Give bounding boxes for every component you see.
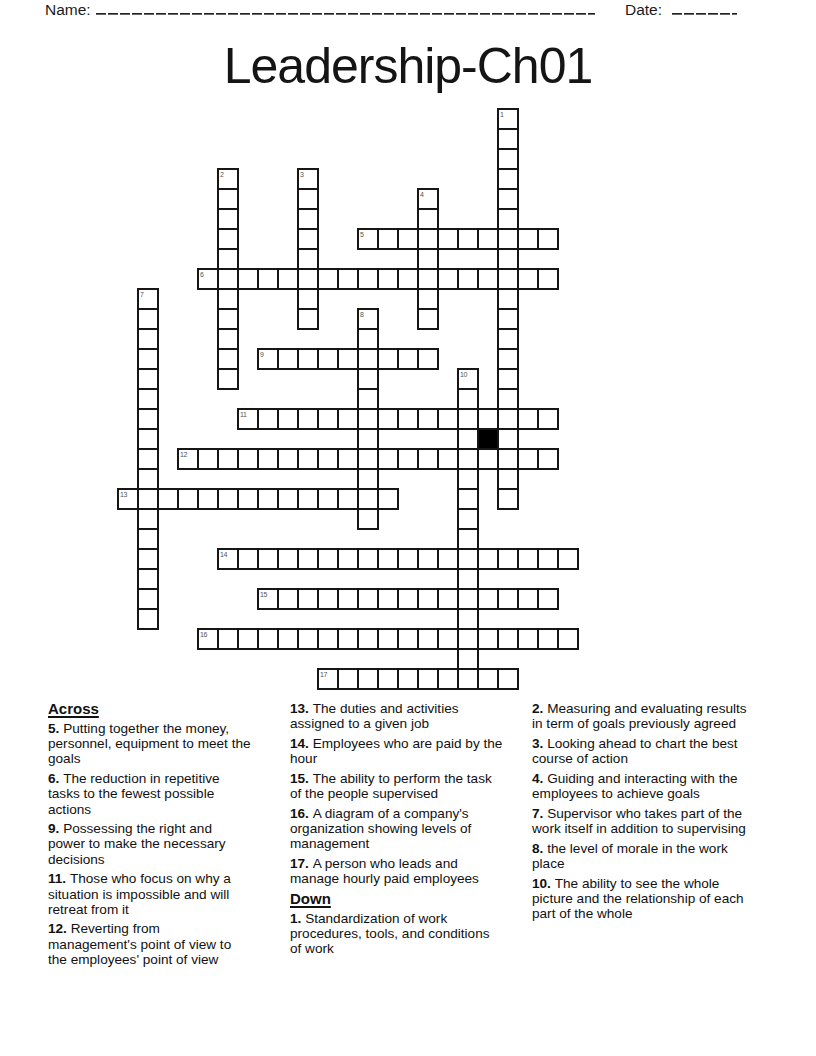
grid-cell[interactable] [437,548,459,570]
grid-cell[interactable] [137,528,159,550]
grid-cell[interactable] [137,328,159,350]
grid-cell[interactable] [537,588,559,610]
grid-cell[interactable] [357,408,379,430]
clue-number-label: 5. [48,721,63,736]
grid-cell[interactable] [317,668,339,690]
grid-cell[interactable] [537,408,559,430]
grid-cell[interactable] [537,548,559,570]
date-input-line[interactable] [672,0,737,15]
down-clue-8: 8. the level of morale in the work place [532,841,758,871]
grid-cell[interactable] [377,268,399,290]
grid-cell[interactable] [357,388,379,410]
grid-cell[interactable] [377,448,399,470]
grid-cell[interactable] [317,268,339,290]
grid-cell[interactable] [477,228,499,250]
grid-cell[interactable] [357,488,379,510]
grid-cell[interactable] [217,288,239,310]
grid-cell[interactable] [497,488,519,510]
clue-number-label: 16. [290,806,313,821]
grid-cell[interactable] [217,308,239,330]
grid-cell[interactable] [377,548,399,570]
grid-cell[interactable] [377,668,399,690]
grid-cell[interactable] [177,448,199,470]
grid-cell[interactable] [257,628,279,650]
grid-cell[interactable] [297,408,319,430]
grid-cell[interactable] [377,348,399,370]
grid-cell[interactable] [477,588,499,610]
grid-cell[interactable] [457,268,479,290]
grid-cell[interactable] [497,268,519,290]
grid-cell[interactable] [317,348,339,370]
grid-cell[interactable] [477,668,499,690]
grid-cell[interactable] [357,308,379,330]
grid-cell[interactable] [417,188,439,210]
grid-cell[interactable] [537,628,559,650]
grid-cell[interactable] [277,268,299,290]
grid-cell[interactable] [417,288,439,310]
grid-cell[interactable] [317,408,339,430]
grid-cell[interactable] [497,168,519,190]
grid-cell[interactable] [397,348,419,370]
grid-cell[interactable] [517,588,539,610]
crossword-grid: 1234567891011121314151617 [117,108,579,690]
grid-cell[interactable] [137,488,159,510]
grid-cell[interactable] [137,368,159,390]
grid-cell[interactable] [277,548,299,570]
grid-cell[interactable] [217,368,239,390]
grid-cell[interactable] [497,308,519,330]
clue-number-label: 14. [290,736,313,751]
grid-cell[interactable] [257,448,279,470]
grid-cell[interactable] [377,408,399,430]
grid-cell[interactable] [297,548,319,570]
grid-cell[interactable] [297,228,319,250]
grid-cell[interactable] [317,588,339,610]
down-clue-4: 4. Guiding and interacting with the empl… [532,771,758,801]
grid-cell[interactable] [277,488,299,510]
grid-cell[interactable] [437,448,459,470]
grid-cell[interactable] [117,488,139,510]
grid-cell[interactable] [297,628,319,650]
grid-cell[interactable] [437,668,459,690]
across-clue-11: 11. Those who focus on why a situation i… [48,871,251,917]
grid-cell[interactable] [157,488,179,510]
grid-cell[interactable] [137,348,159,370]
grid-cell[interactable] [417,588,439,610]
grid-cell[interactable] [497,348,519,370]
grid-cell[interactable] [317,548,339,570]
grid-cell[interactable] [517,548,539,570]
grid-cell[interactable] [357,368,379,390]
grid-cell[interactable] [137,608,159,630]
grid-cell[interactable] [417,308,439,330]
grid-cell[interactable] [457,628,479,650]
grid-cell[interactable] [277,448,299,470]
grid-cell[interactable] [137,548,159,570]
grid-cell[interactable] [337,348,359,370]
down-header: Down [290,891,504,907]
grid-cell[interactable] [277,628,299,650]
grid-cell[interactable] [277,348,299,370]
grid-cell[interactable] [217,488,239,510]
grid-cell[interactable] [457,368,479,390]
grid-cell[interactable] [457,388,479,410]
grid-cell[interactable] [517,628,539,650]
grid-cell[interactable] [217,188,239,210]
name-label: Name: [45,1,91,19]
grid-cell[interactable] [497,208,519,230]
clues-column-2: 13. The duties and activities assigned t… [290,701,504,961]
grid-cell[interactable] [497,428,519,450]
grid-cell[interactable] [477,408,499,430]
clue-number-label: 1. [290,911,305,926]
grid-cell[interactable] [357,468,379,490]
grid-cell[interactable] [217,208,239,230]
clue-number-label: 10. [532,876,555,891]
grid-cell[interactable] [357,268,379,290]
grid-cell[interactable] [137,408,159,430]
grid-cell[interactable] [137,428,159,450]
grid-cell[interactable] [297,208,319,230]
grid-cell[interactable] [397,668,419,690]
grid-cell[interactable] [297,308,319,330]
grid-cell[interactable] [377,228,399,250]
grid-cell[interactable] [477,548,499,570]
grid-cell[interactable] [557,628,579,650]
date-label: Date: [625,1,662,19]
grid-cell[interactable] [537,448,559,470]
grid-cell[interactable] [417,668,439,690]
grid-cell[interactable] [297,168,319,190]
grid-cell[interactable] [497,668,519,690]
grid-cell[interactable] [337,548,359,570]
grid-cell[interactable] [357,328,379,350]
grid-cell[interactable] [457,588,479,610]
grid-cell[interactable] [377,588,399,610]
clue-number-label: 4. [532,771,547,786]
grid-cell[interactable] [517,228,539,250]
across-header: Across [48,701,251,717]
grid-cell[interactable] [497,408,519,430]
grid-cell[interactable] [297,288,319,310]
grid-cell[interactable] [297,268,319,290]
grid-cell[interactable] [417,628,439,650]
grid-cell[interactable] [197,488,219,510]
down-clue-3: 3. Looking ahead to chart the best cours… [532,736,758,766]
grid-cell[interactable] [217,628,239,650]
grid-cell[interactable] [257,348,279,370]
grid-cell[interactable] [137,568,159,590]
grid-cell[interactable] [437,628,459,650]
grid-cell[interactable] [437,268,459,290]
grid-cell[interactable] [457,228,479,250]
grid-cell[interactable] [237,488,259,510]
grid-cell[interactable] [217,248,239,270]
grid-cell[interactable] [377,488,399,510]
grid-cell[interactable] [437,228,459,250]
grid-cell[interactable] [417,408,439,430]
grid-cell[interactable] [497,248,519,270]
grid-cell[interactable] [217,328,239,350]
grid-cell[interactable] [257,548,279,570]
grid-cell[interactable] [517,448,539,470]
grid-cell[interactable] [337,628,359,650]
grid-cell[interactable] [217,228,239,250]
grid-cell[interactable] [257,488,279,510]
grid-cell[interactable] [497,188,519,210]
grid-cell[interactable] [297,448,319,470]
grid-cell[interactable] [497,228,519,250]
grid-cell[interactable] [497,128,519,150]
grid-cell[interactable] [197,448,219,470]
grid-cell[interactable] [357,628,379,650]
grid-cell[interactable] [477,268,499,290]
grid-cell[interactable] [517,408,539,430]
grid-cell[interactable] [317,628,339,650]
clue-number-label: 2. [532,701,547,716]
clue-number-label: 7. [532,806,547,821]
clue-number-label: 15. [290,771,313,786]
grid-cell[interactable] [557,548,579,570]
grid-cell[interactable] [497,108,519,130]
grid-cell[interactable] [397,628,419,650]
name-input-line[interactable] [96,0,595,15]
grid-cell[interactable] [217,548,239,570]
clue-number-label: 12. [48,921,71,936]
grid-cell[interactable] [297,188,319,210]
across-clue-16: 16. A diagram of a company's organizatio… [290,806,504,852]
grid-cell[interactable] [457,448,479,470]
grid-cell[interactable] [497,368,519,390]
grid-cell[interactable] [357,348,379,370]
grid-cell[interactable] [457,408,479,430]
grid-cell[interactable] [497,628,519,650]
grid-cell[interactable] [417,448,439,470]
across-clue-9: 9. Possessing the right and power to mak… [48,821,251,867]
grid-cell[interactable] [317,448,339,470]
grid-cell[interactable] [437,588,459,610]
grid-cell[interactable] [137,448,159,470]
grid-cell[interactable] [457,668,479,690]
across-clue-17: 17. A person who leads and manage hourly… [290,856,504,886]
grid-cell[interactable] [237,408,259,430]
grid-cell[interactable] [397,448,419,470]
across-clue-14: 14. Employees who are paid by the hour [290,736,504,766]
grid-cell[interactable] [497,448,519,470]
grid-cell[interactable] [177,488,199,510]
grid-cell[interactable] [457,528,479,550]
grid-cell[interactable] [337,268,359,290]
down-clue-7: 7. Supervisor who takes part of the work… [532,806,758,836]
grid-cell[interactable] [497,288,519,310]
across-clue-5: 5. Putting together the money, personnel… [48,721,251,767]
grid-cell[interactable] [137,588,159,610]
grid-cell[interactable] [257,588,279,610]
puzzle-title: Leadership-Ch01 [0,37,816,95]
grid-cell[interactable] [397,268,419,290]
grid-cell[interactable] [137,288,159,310]
across-clue-15: 15. The ability to perform the task of t… [290,771,504,801]
clue-number-label: 8. [532,841,547,856]
grid-cell[interactable] [457,428,479,450]
grid-cell[interactable] [457,468,479,490]
grid-cell[interactable] [457,508,479,530]
grid-cell[interactable] [517,268,539,290]
clue-number-label: 3. [532,736,547,751]
grid-cell[interactable] [317,488,339,510]
grid-cell[interactable] [357,548,379,570]
clue-number-label: 17. [290,856,313,871]
grid-cell[interactable] [137,468,159,490]
grid-cell[interactable] [417,268,439,290]
grid-cell[interactable] [397,228,419,250]
grid-cell[interactable] [137,308,159,330]
grid-cell[interactable] [277,408,299,430]
grid-cell[interactable] [417,208,439,230]
grid-cell[interactable] [277,588,299,610]
grid-cell[interactable] [457,608,479,630]
grid-cell[interactable] [417,548,439,570]
grid-cell[interactable] [357,428,379,450]
clue-number-label: 13. [290,701,313,716]
grid-cell[interactable] [357,228,379,250]
grid-cell[interactable] [297,588,319,610]
grid-cell[interactable] [457,548,479,570]
grid-cell[interactable] [397,588,419,610]
grid-cell[interactable] [217,268,239,290]
clue-number-label: 11. [48,871,70,886]
grid-cell[interactable] [337,488,359,510]
clue-number-label: 6. [48,771,63,786]
down-clue-2: 2. Measuring and evaluating results in t… [532,701,758,731]
grid-cell[interactable] [237,628,259,650]
grid-cell[interactable] [297,348,319,370]
grid-cell[interactable] [417,348,439,370]
grid-cell[interactable] [477,628,499,650]
grid-cell[interactable] [357,668,379,690]
down-clue-10: 10. The ability to see the whole picture… [532,876,758,922]
grid-cell[interactable] [357,448,379,470]
grid-cell[interactable] [537,228,559,250]
grid-cell[interactable] [297,488,319,510]
grid-cell[interactable] [217,448,239,470]
grid-cell[interactable] [237,548,259,570]
grid-cell[interactable] [237,448,259,470]
across-clue-6: 6. The reduction in repetitive tasks to … [48,771,251,817]
clue-number-label: 9. [48,821,63,836]
grid-cell[interactable] [257,408,279,430]
grid-cell[interactable] [477,448,499,470]
grid-cell[interactable] [497,388,519,410]
grid-cell[interactable] [217,168,239,190]
grid-cell[interactable] [457,568,479,590]
grid-cell[interactable] [437,408,459,430]
grid-cell[interactable] [497,468,519,490]
grid-cell[interactable] [417,248,439,270]
grid-cell[interactable] [457,488,479,510]
grid-cell[interactable] [497,588,519,610]
grid-cell[interactable] [357,508,379,530]
grid-cell[interactable] [457,648,479,670]
clues-column-3: 2. Measuring and evaluating results in t… [532,701,758,926]
grid-cell[interactable] [337,448,359,470]
grid-cell[interactable] [417,228,439,250]
grid-cell[interactable] [357,588,379,610]
grid-cell[interactable] [217,348,239,370]
blocked-cell [477,428,499,450]
grid-cell[interactable] [237,268,259,290]
grid-cell[interactable] [497,548,519,570]
grid-cell[interactable] [137,508,159,530]
down-clue-1: 1. Standardization of work procedures, t… [290,911,504,957]
grid-cell[interactable] [377,628,399,650]
grid-cell[interactable] [337,668,359,690]
grid-cell[interactable] [197,628,219,650]
grid-cell[interactable] [297,248,319,270]
grid-cell[interactable] [497,328,519,350]
grid-cell[interactable] [337,408,359,430]
grid-cell[interactable] [397,408,419,430]
grid-cell[interactable] [397,548,419,570]
grid-cell[interactable] [337,588,359,610]
across-clue-13: 13. The duties and activities assigned t… [290,701,504,731]
across-clue-12: 12. Reverting from management's point of… [48,921,251,967]
grid-cell[interactable] [497,148,519,170]
grid-cell[interactable] [197,268,219,290]
clues-column-1: Across5. Putting together the money, per… [48,701,251,972]
grid-cell[interactable] [537,268,559,290]
grid-cell[interactable] [257,268,279,290]
grid-cell[interactable] [137,388,159,410]
